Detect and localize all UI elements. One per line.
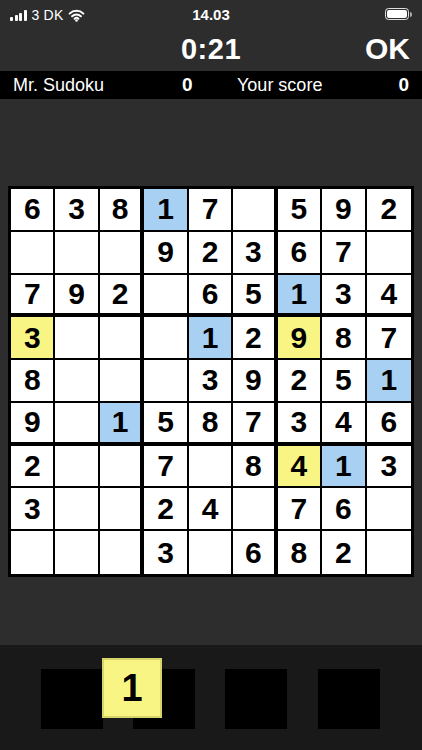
- sudoku-cell-r2c4[interactable]: 9: [144, 232, 188, 275]
- sudoku-cell-r7c2[interactable]: [55, 446, 99, 489]
- clock-label: 14.03: [0, 6, 422, 23]
- opponent-name-label: Mr. Sudoku: [13, 75, 104, 96]
- sudoku-cell-r2c1[interactable]: [11, 232, 55, 275]
- sudoku-cell-r8c5[interactable]: 4: [189, 488, 233, 531]
- number-tray: 1: [0, 645, 422, 750]
- sudoku-cell-r4c5[interactable]: 1: [189, 317, 233, 360]
- player-score-label: Your score: [237, 75, 322, 96]
- sudoku-cell-r6c3[interactable]: 1: [100, 403, 144, 446]
- sudoku-cell-r9c4[interactable]: 3: [144, 531, 188, 574]
- sudoku-cell-r8c1[interactable]: 3: [11, 488, 55, 531]
- sudoku-board: 6381759292367792651343129878392519158734…: [8, 186, 414, 577]
- sudoku-cell-r1c6[interactable]: [233, 189, 277, 232]
- sudoku-cell-r4c7[interactable]: 9: [278, 317, 322, 360]
- sudoku-cell-r3c6[interactable]: 5: [233, 275, 277, 318]
- sudoku-cell-r9c8[interactable]: 2: [322, 531, 366, 574]
- sudoku-cell-r5c8[interactable]: 5: [322, 360, 366, 403]
- hidden-tile-4[interactable]: [318, 669, 380, 729]
- sudoku-cell-r1c7[interactable]: 5: [278, 189, 322, 232]
- sudoku-cell-r4c3[interactable]: [100, 317, 144, 360]
- sudoku-cell-r3c3[interactable]: 2: [100, 275, 144, 318]
- sudoku-cell-r8c8[interactable]: 6: [322, 488, 366, 531]
- sudoku-cell-r1c8[interactable]: 9: [322, 189, 366, 232]
- sudoku-cell-r3c4[interactable]: [144, 275, 188, 318]
- sudoku-cell-r9c6[interactable]: 6: [233, 531, 277, 574]
- sudoku-cell-r4c4[interactable]: [144, 317, 188, 360]
- sudoku-cell-r7c9[interactable]: 3: [367, 446, 411, 489]
- sudoku-cell-r9c9[interactable]: [367, 531, 411, 574]
- sudoku-cell-r2c2[interactable]: [55, 232, 99, 275]
- sudoku-cell-r9c5[interactable]: [189, 531, 233, 574]
- sudoku-cell-r2c6[interactable]: 3: [233, 232, 277, 275]
- sudoku-cell-r7c3[interactable]: [100, 446, 144, 489]
- sudoku-cell-r6c4[interactable]: 5: [144, 403, 188, 446]
- sudoku-cell-r2c8[interactable]: 7: [322, 232, 366, 275]
- sudoku-cell-r7c8[interactable]: 1: [322, 446, 366, 489]
- sudoku-cell-r6c9[interactable]: 6: [367, 403, 411, 446]
- sudoku-cell-r3c5[interactable]: 6: [189, 275, 233, 318]
- selected-number-tile[interactable]: 1: [102, 658, 162, 718]
- sudoku-cell-r1c2[interactable]: 3: [55, 189, 99, 232]
- sudoku-cell-r8c2[interactable]: [55, 488, 99, 531]
- sudoku-cell-r5c3[interactable]: [100, 360, 144, 403]
- sudoku-cell-r1c9[interactable]: 2: [367, 189, 411, 232]
- sudoku-cell-r4c9[interactable]: 7: [367, 317, 411, 360]
- sudoku-cell-r8c3[interactable]: [100, 488, 144, 531]
- sudoku-cell-r3c2[interactable]: 9: [55, 275, 99, 318]
- sudoku-cell-r9c2[interactable]: [55, 531, 99, 574]
- player-score-value: 0: [398, 74, 409, 96]
- sudoku-cell-r2c3[interactable]: [100, 232, 144, 275]
- app-screen: 3 DK 14.03 0:21 OK Mr. Sudoku 0 Your sco…: [0, 0, 422, 750]
- sudoku-cell-r6c5[interactable]: 8: [189, 403, 233, 446]
- sudoku-cell-r5c7[interactable]: 2: [278, 360, 322, 403]
- sudoku-cell-r4c1[interactable]: 3: [11, 317, 55, 360]
- sudoku-cell-r8c9[interactable]: [367, 488, 411, 531]
- sudoku-cell-r1c4[interactable]: 1: [144, 189, 188, 232]
- sudoku-cell-r1c1[interactable]: 6: [11, 189, 55, 232]
- sudoku-cell-r7c6[interactable]: 8: [233, 446, 277, 489]
- sudoku-cell-r5c5[interactable]: 3: [189, 360, 233, 403]
- sudoku-cell-r7c4[interactable]: 7: [144, 446, 188, 489]
- score-bar: Mr. Sudoku 0 Your score 0: [0, 71, 422, 99]
- status-bar: 3 DK 14.03: [0, 0, 422, 28]
- sudoku-cell-r8c4[interactable]: 2: [144, 488, 188, 531]
- sudoku-cell-r5c6[interactable]: 9: [233, 360, 277, 403]
- sudoku-cell-r6c8[interactable]: 4: [322, 403, 366, 446]
- sudoku-cell-r3c8[interactable]: 3: [322, 275, 366, 318]
- opponent-score-value: 0: [182, 74, 193, 96]
- sudoku-cell-r3c9[interactable]: 4: [367, 275, 411, 318]
- sudoku-cell-r6c2[interactable]: [55, 403, 99, 446]
- sudoku-cell-r3c7[interactable]: 1: [278, 275, 322, 318]
- sudoku-cell-r5c9[interactable]: 1: [367, 360, 411, 403]
- sudoku-cell-r5c2[interactable]: [55, 360, 99, 403]
- sudoku-cell-r1c5[interactable]: 7: [189, 189, 233, 232]
- sudoku-cell-r7c5[interactable]: [189, 446, 233, 489]
- sudoku-cell-r1c3[interactable]: 8: [100, 189, 144, 232]
- sudoku-cell-r5c4[interactable]: [144, 360, 188, 403]
- sudoku-cell-r6c7[interactable]: 3: [278, 403, 322, 446]
- sudoku-cell-r3c1[interactable]: 7: [11, 275, 55, 318]
- sudoku-cell-r5c1[interactable]: 8: [11, 360, 55, 403]
- sudoku-cell-r7c1[interactable]: 2: [11, 446, 55, 489]
- sudoku-cell-r2c5[interactable]: 2: [189, 232, 233, 275]
- sudoku-cell-r9c1[interactable]: [11, 531, 55, 574]
- hidden-tile-1[interactable]: [41, 669, 103, 729]
- battery-full-icon: [385, 8, 412, 20]
- sudoku-cell-r8c6[interactable]: [233, 488, 277, 531]
- sudoku-cell-r9c7[interactable]: 8: [278, 531, 322, 574]
- sudoku-cell-r4c2[interactable]: [55, 317, 99, 360]
- sudoku-cell-r2c9[interactable]: [367, 232, 411, 275]
- timer-row: 0:21 OK: [0, 28, 422, 71]
- sudoku-cell-r6c6[interactable]: 7: [233, 403, 277, 446]
- hidden-tile-3[interactable]: [225, 669, 287, 729]
- sudoku-cell-r4c8[interactable]: 8: [322, 317, 366, 360]
- sudoku-cell-r7c7[interactable]: 4: [278, 446, 322, 489]
- game-timer: 0:21: [0, 33, 422, 66]
- sudoku-cell-r4c6[interactable]: 2: [233, 317, 277, 360]
- sudoku-cell-r8c7[interactable]: 7: [278, 488, 322, 531]
- sudoku-cell-r2c7[interactable]: 6: [278, 232, 322, 275]
- sudoku-cell-r6c1[interactable]: 9: [11, 403, 55, 446]
- ok-button[interactable]: OK: [365, 32, 410, 66]
- sudoku-cell-r9c3[interactable]: [100, 531, 144, 574]
